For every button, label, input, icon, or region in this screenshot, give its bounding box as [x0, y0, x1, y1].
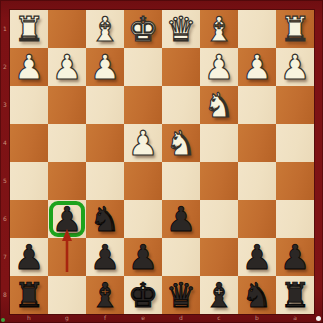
black-knight-f6[interactable]: ♞: [90, 202, 120, 236]
square-f1[interactable]: ♝: [86, 10, 124, 48]
white-rook-h1[interactable]: ♜: [14, 12, 44, 46]
white-pawn-f2[interactable]: ♟: [90, 50, 120, 84]
rank-label-3: 3: [0, 102, 10, 108]
corner-white-dot: [316, 316, 321, 321]
square-e7[interactable]: ♟: [124, 238, 162, 276]
square-b7[interactable]: ♟: [238, 238, 276, 276]
square-b4[interactable]: [238, 124, 276, 162]
white-queen-d1[interactable]: ♛: [166, 12, 196, 46]
square-f3[interactable]: [86, 86, 124, 124]
square-g1[interactable]: [48, 10, 86, 48]
square-d7[interactable]: [162, 238, 200, 276]
square-c5[interactable]: [200, 162, 238, 200]
file-label-f: f: [86, 315, 124, 322]
square-e4[interactable]: ♟: [124, 124, 162, 162]
black-king-e8[interactable]: ♚: [128, 278, 158, 312]
black-pawn-g6[interactable]: ♟: [52, 202, 82, 236]
file-label-c: c: [200, 315, 238, 322]
square-f7[interactable]: ♟: [86, 238, 124, 276]
square-d4[interactable]: ♞: [162, 124, 200, 162]
square-f4[interactable]: [86, 124, 124, 162]
square-h7[interactable]: ♟: [10, 238, 48, 276]
square-e2[interactable]: [124, 48, 162, 86]
rank-label-2: 2: [0, 64, 10, 70]
square-h8[interactable]: ♜: [10, 276, 48, 314]
square-f6[interactable]: ♞: [86, 200, 124, 238]
square-a1[interactable]: ♜: [276, 10, 314, 48]
square-g6[interactable]: ♟: [48, 200, 86, 238]
square-c6[interactable]: [200, 200, 238, 238]
square-b3[interactable]: [238, 86, 276, 124]
square-g3[interactable]: [48, 86, 86, 124]
square-d5[interactable]: [162, 162, 200, 200]
square-h4[interactable]: [10, 124, 48, 162]
square-c2[interactable]: ♟: [200, 48, 238, 86]
white-pawn-c2[interactable]: ♟: [204, 50, 234, 84]
square-g7[interactable]: [48, 238, 86, 276]
square-a8[interactable]: ♜: [276, 276, 314, 314]
square-d6[interactable]: ♟: [162, 200, 200, 238]
file-label-d: d: [162, 315, 200, 322]
black-pawn-b7[interactable]: ♟: [242, 240, 272, 274]
square-c1[interactable]: ♝: [200, 10, 238, 48]
square-a7[interactable]: ♟: [276, 238, 314, 276]
rank-label-6: 6: [0, 216, 10, 222]
black-knight-b8[interactable]: ♞: [242, 278, 272, 312]
white-pawn-e4[interactable]: ♟: [128, 126, 158, 160]
square-d8[interactable]: ♛: [162, 276, 200, 314]
square-f2[interactable]: ♟: [86, 48, 124, 86]
chess-board-frame: ♜♝♚♛♝♜♟♟♟♟♟♟♞♟♞♟♞♟♟♟♟♟♟♜♝♚♛♝♞♜ 12345678h…: [0, 0, 323, 323]
square-f5[interactable]: [86, 162, 124, 200]
square-a3[interactable]: [276, 86, 314, 124]
square-g2[interactable]: ♟: [48, 48, 86, 86]
square-g4[interactable]: [48, 124, 86, 162]
square-e5[interactable]: [124, 162, 162, 200]
white-pawn-h2[interactable]: ♟: [14, 50, 44, 84]
black-pawn-a7[interactable]: ♟: [280, 240, 310, 274]
black-queen-d8[interactable]: ♛: [166, 278, 196, 312]
file-label-b: b: [238, 315, 276, 322]
rank-label-8: 8: [0, 292, 10, 298]
square-g5[interactable]: [48, 162, 86, 200]
black-pawn-d6[interactable]: ♟: [166, 202, 196, 236]
square-a2[interactable]: ♟: [276, 48, 314, 86]
square-b2[interactable]: ♟: [238, 48, 276, 86]
rank-label-1: 1: [0, 26, 10, 32]
rank-label-7: 7: [0, 254, 10, 260]
black-bishop-c8[interactable]: ♝: [204, 278, 234, 312]
square-h1[interactable]: ♜: [10, 10, 48, 48]
white-pawn-g2[interactable]: ♟: [52, 50, 82, 84]
square-e8[interactable]: ♚: [124, 276, 162, 314]
square-b6[interactable]: [238, 200, 276, 238]
square-b1[interactable]: [238, 10, 276, 48]
square-c8[interactable]: ♝: [200, 276, 238, 314]
square-e6[interactable]: [124, 200, 162, 238]
white-knight-d4[interactable]: ♞: [166, 126, 196, 160]
white-bishop-f1[interactable]: ♝: [90, 12, 120, 46]
black-pawn-h7[interactable]: ♟: [14, 240, 44, 274]
rank-label-5: 5: [0, 178, 10, 184]
square-b8[interactable]: ♞: [238, 276, 276, 314]
white-king-e1[interactable]: ♚: [128, 12, 158, 46]
square-h5[interactable]: [10, 162, 48, 200]
square-b5[interactable]: [238, 162, 276, 200]
white-pawn-a2[interactable]: ♟: [280, 50, 310, 84]
black-pawn-e7[interactable]: ♟: [128, 240, 158, 274]
square-c3[interactable]: ♞: [200, 86, 238, 124]
rank-label-4: 4: [0, 140, 10, 146]
square-a6[interactable]: [276, 200, 314, 238]
square-h2[interactable]: ♟: [10, 48, 48, 86]
square-a4[interactable]: [276, 124, 314, 162]
file-label-g: g: [48, 315, 86, 322]
square-e1[interactable]: ♚: [124, 10, 162, 48]
black-rook-a8[interactable]: ♜: [280, 278, 310, 312]
black-pawn-f7[interactable]: ♟: [90, 240, 120, 274]
black-bishop-f8[interactable]: ♝: [90, 278, 120, 312]
square-f8[interactable]: ♝: [86, 276, 124, 314]
square-d2[interactable]: [162, 48, 200, 86]
square-c7[interactable]: [200, 238, 238, 276]
square-a5[interactable]: [276, 162, 314, 200]
square-d3[interactable]: [162, 86, 200, 124]
file-label-a: a: [276, 315, 314, 322]
black-rook-h8[interactable]: ♜: [14, 278, 44, 312]
chess-board: ♜♝♚♛♝♜♟♟♟♟♟♟♞♟♞♟♞♟♟♟♟♟♟♜♝♚♛♝♞♜: [10, 10, 314, 314]
white-rook-a1[interactable]: ♜: [280, 12, 310, 46]
square-g8[interactable]: [48, 276, 86, 314]
white-pawn-b2[interactable]: ♟: [242, 50, 272, 84]
corner-green-dot: [1, 318, 5, 322]
square-d1[interactable]: ♛: [162, 10, 200, 48]
file-label-e: e: [124, 315, 162, 322]
square-h3[interactable]: [10, 86, 48, 124]
square-c4[interactable]: [200, 124, 238, 162]
white-knight-c3[interactable]: ♞: [204, 88, 234, 122]
square-h6[interactable]: [10, 200, 48, 238]
square-e3[interactable]: [124, 86, 162, 124]
white-bishop-c1[interactable]: ♝: [204, 12, 234, 46]
file-label-h: h: [10, 315, 48, 322]
